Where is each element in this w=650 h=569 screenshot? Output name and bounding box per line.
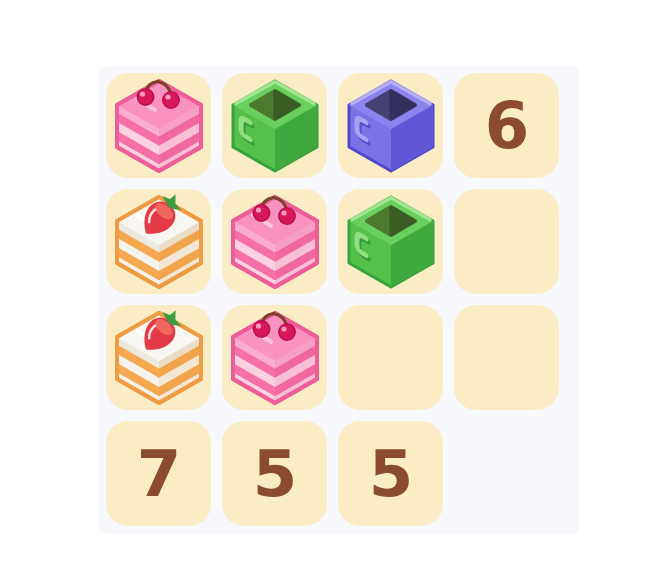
pink-cake-icon (225, 308, 325, 408)
clue-number: 5 (369, 442, 413, 506)
strawberry-cake-icon (109, 192, 209, 292)
clue-number: 5 (253, 442, 297, 506)
cell-r2c1-strawberry-cake[interactable] (106, 189, 211, 294)
green-cube-icon (341, 192, 441, 292)
strawberry-cake-icon (109, 308, 209, 408)
cell-r1c4-clue: 6 (454, 73, 559, 178)
cell-r3c2-pink-cake[interactable] (222, 305, 327, 410)
cell-r3c4-empty[interactable] (454, 305, 559, 410)
purple-cube-icon (341, 76, 441, 176)
cell-r1c3-purple-cube[interactable] (338, 73, 443, 178)
board: 6 (98, 67, 579, 533)
cell-r4c2-clue: 5 (222, 421, 327, 526)
cell-r2c3-green-cube[interactable] (338, 189, 443, 294)
cell-r1c1-pink-cake[interactable] (106, 73, 211, 178)
cell-r2c2-pink-cake[interactable] (222, 189, 327, 294)
pink-cake-icon (225, 192, 325, 292)
pink-cake-icon (109, 76, 209, 176)
clue-number: 6 (485, 94, 529, 158)
cell-r4c3-clue: 5 (338, 421, 443, 526)
cell-r3c3-empty[interactable] (338, 305, 443, 410)
cell-r1c2-green-cube[interactable] (222, 73, 327, 178)
cell-r3c1-strawberry-cake[interactable] (106, 305, 211, 410)
cell-r2c4-empty[interactable] (454, 189, 559, 294)
clue-number: 7 (137, 442, 181, 506)
cell-r4c1-clue: 7 (106, 421, 211, 526)
green-cube-icon (225, 76, 325, 176)
board-backdrop: 6 (98, 67, 579, 533)
